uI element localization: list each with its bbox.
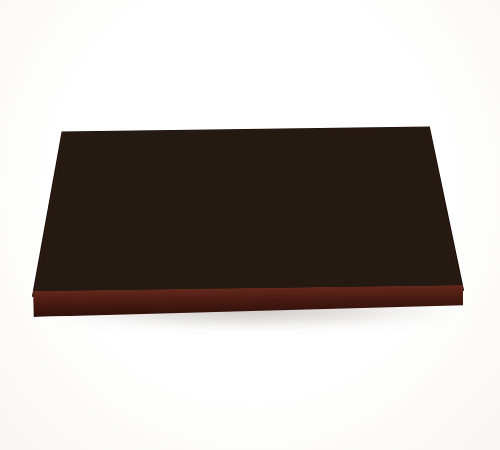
product-photo-scene — [0, 0, 500, 450]
box-lid-perspective-wrapper — [33, 127, 463, 296]
chessboard-lid — [33, 127, 463, 296]
